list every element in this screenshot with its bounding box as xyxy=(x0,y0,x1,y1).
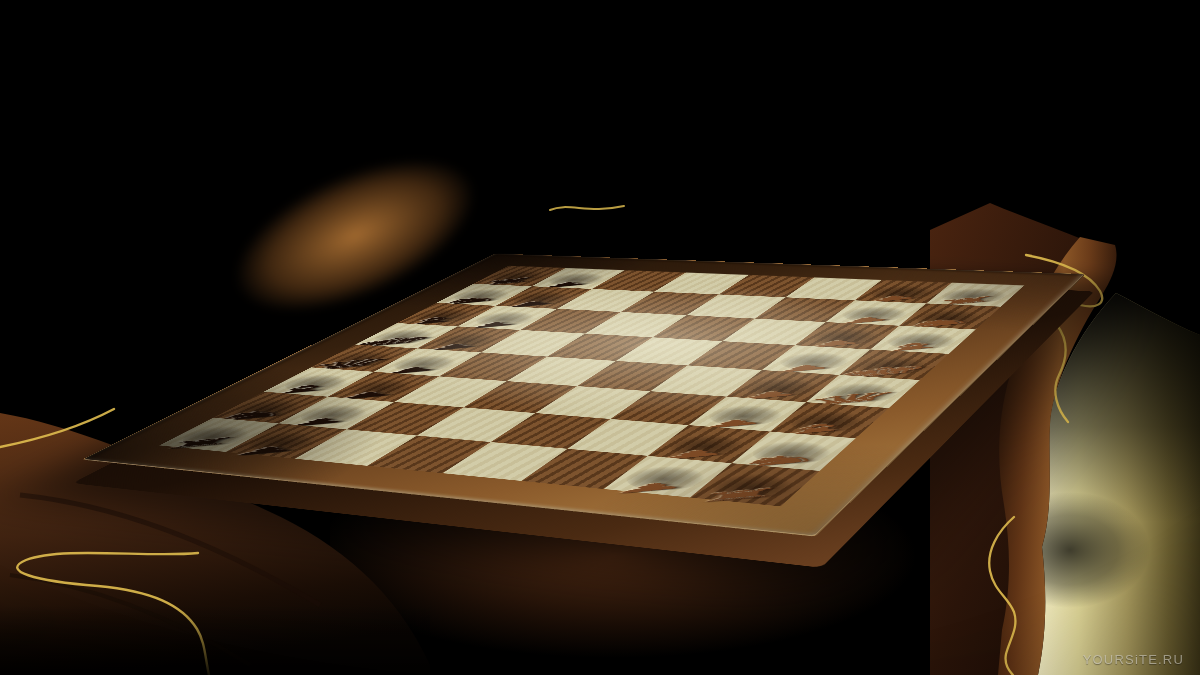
square-b2[interactable]: ♟ xyxy=(648,425,770,463)
piece-white-queen-d1[interactable]: ♛ xyxy=(797,388,906,409)
piece-white-rook-a1[interactable]: ♜ xyxy=(689,485,790,506)
square-e1[interactable]: ♚ xyxy=(839,349,948,379)
piece-white-king-e1[interactable]: ♚ xyxy=(830,361,935,381)
square-c2[interactable]: ♟ xyxy=(689,397,806,432)
square-c1[interactable]: ♝ xyxy=(770,402,889,438)
square-a5[interactable] xyxy=(367,436,491,474)
piece-white-pawn-d2[interactable]: ♟ xyxy=(731,387,808,402)
square-d4[interactable] xyxy=(577,361,687,391)
square-b8[interactable]: ♞ xyxy=(213,392,327,424)
square-a1[interactable]: ♜ xyxy=(690,463,820,506)
piece-white-pawn-e2[interactable]: ♟ xyxy=(767,361,841,375)
square-c5[interactable] xyxy=(464,381,578,413)
square-d1[interactable]: ♛ xyxy=(806,375,920,408)
square-a2[interactable]: ♟ xyxy=(604,456,732,498)
piece-white-pawn-b2[interactable]: ♟ xyxy=(652,446,736,463)
gold-wire xyxy=(550,206,624,210)
piece-white-bishop-f1[interactable]: ♝ xyxy=(867,338,956,355)
piece-black-rook-a8[interactable]: ♜ xyxy=(154,435,246,452)
piece-black-pawn-a7[interactable]: ♟ xyxy=(226,443,308,458)
square-a3[interactable] xyxy=(521,449,648,489)
square-b7[interactable]: ♟ xyxy=(279,397,395,430)
piece-white-pawn-f2[interactable]: ♟ xyxy=(800,337,871,350)
square-b6[interactable] xyxy=(346,402,463,436)
piece-white-pawn-c2[interactable]: ♟ xyxy=(693,415,773,431)
piece-white-bishop-c1[interactable]: ♝ xyxy=(766,419,867,439)
piece-white-pawn-a2[interactable]: ♟ xyxy=(608,478,696,496)
piece-white-knight-g1[interactable]: ♞ xyxy=(897,315,983,331)
scene: ♜♟♟♜♞♟♟♞♝♟♟♝♚♟♟♚♛♟♟♛♝♟♟♝♞♟♟♞♜♟♟♜ YOURSiT… xyxy=(0,0,1200,675)
square-a6[interactable] xyxy=(295,429,417,465)
bottom-shadow xyxy=(0,605,430,675)
watermark: YOURSiTE.RU xyxy=(1083,652,1184,667)
square-a7[interactable]: ♟ xyxy=(226,423,347,458)
square-b1[interactable]: ♞ xyxy=(732,432,856,471)
gold-wire-far xyxy=(548,198,628,220)
square-d2[interactable]: ♟ xyxy=(727,370,840,402)
square-b5[interactable] xyxy=(417,407,535,442)
piece-black-bishop-c8[interactable]: ♝ xyxy=(256,381,349,398)
piece-black-pawn-c7[interactable]: ♟ xyxy=(329,388,405,402)
square-a4[interactable] xyxy=(443,442,568,481)
square-c3[interactable] xyxy=(611,391,727,425)
square-d3[interactable] xyxy=(650,365,762,396)
square-e2[interactable]: ♟ xyxy=(762,345,870,375)
table-right-side xyxy=(930,175,1200,675)
square-c4[interactable] xyxy=(536,386,651,419)
piece-black-knight-b8[interactable]: ♞ xyxy=(205,406,302,424)
square-a8[interactable]: ♜ xyxy=(159,418,278,452)
piece-white-knight-b1[interactable]: ♞ xyxy=(727,450,832,471)
square-b4[interactable] xyxy=(491,413,611,449)
piece-black-pawn-b7[interactable]: ♟ xyxy=(279,414,358,429)
square-b3[interactable] xyxy=(568,419,689,456)
